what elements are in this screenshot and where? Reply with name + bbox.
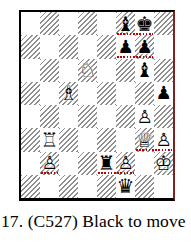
piece-black-pawn-g7: ♟ [136,38,152,56]
diagram-caption: 17. (C527) Black to move [1,211,190,232]
square-f2: ♙ [116,152,135,175]
square-g3: ♕ [135,128,154,151]
square-b3: ♖ [40,128,59,151]
square-b2: ♙ [40,152,59,175]
square-e3 [97,128,116,151]
square-h8 [154,12,173,35]
square-d7 [78,35,97,58]
piece-white-pawn-g4: ♙ [136,108,152,126]
piece-white-queen-g3: ♕ [136,130,154,150]
square-h3: ♙ [154,128,173,151]
square-g2 [135,152,154,175]
square-h4 [154,105,173,128]
piece-black-bishop-f8: ♝ [117,14,135,34]
piece-black-king-g8: ♚ [136,14,154,34]
square-d1 [78,175,97,198]
square-e4 [97,105,116,128]
piece-white-pawn-f2: ♙ [117,154,133,172]
square-f8: ♝ [116,12,135,35]
square-g8: ♚ [135,12,154,35]
square-d6: ♘ [78,59,97,82]
square-a1 [21,175,40,198]
spellcheck-underline [117,33,153,35]
square-e7 [97,35,116,58]
square-d4 [78,105,97,128]
square-f6 [116,59,135,82]
piece-black-pawn-f7: ♟ [117,38,133,56]
square-h2: ♔ [154,152,173,175]
chess-board: ♝♚♟♟♘♝♗♟♙♖♕♙♙♜♙♔♛ [19,10,175,201]
spellcheck-underline [117,56,153,58]
square-e2: ♜ [97,152,116,175]
square-e8 [97,12,116,35]
square-b7 [40,35,59,58]
square-d8 [78,12,97,35]
square-f5 [116,82,135,105]
piece-black-queen-f1: ♛ [117,176,135,196]
square-g6: ♝ [135,59,154,82]
piece-white-knight-d6: ♘ [79,60,97,80]
square-c3 [59,128,78,151]
square-g5 [135,82,154,105]
piece-black-bishop-g6: ♝ [136,60,154,80]
square-b5 [40,82,59,105]
square-e6 [97,59,116,82]
spellcheck-underline [136,149,172,151]
square-g4: ♙ [135,105,154,128]
square-h5: ♟ [154,82,173,105]
piece-white-bishop-c5: ♗ [60,83,78,103]
square-b4 [40,105,59,128]
square-b1 [40,175,59,198]
square-c5: ♗ [59,82,78,105]
square-c2 [59,152,78,175]
square-a2 [21,152,40,175]
square-g1 [135,175,154,198]
square-a4 [21,105,40,128]
spellcheck-underline [98,172,134,174]
square-a3 [21,128,40,151]
square-c8 [59,12,78,35]
square-c6 [59,59,78,82]
square-d2 [78,152,97,175]
square-f3 [116,128,135,151]
piece-white-pawn-h3: ♙ [155,131,171,149]
spellcheck-underline [41,172,58,174]
square-h7 [154,35,173,58]
piece-black-pawn-h5: ♟ [155,84,171,102]
square-b6 [40,59,59,82]
square-b8 [40,12,59,35]
square-e1 [97,175,116,198]
square-h1 [154,175,173,198]
piece-white-rook-b3: ♖ [41,130,59,150]
square-e5 [97,82,116,105]
square-f1: ♛ [116,175,135,198]
square-f4 [116,105,135,128]
square-h6 [154,59,173,82]
square-c7 [59,35,78,58]
square-d3 [78,128,97,151]
piece-white-pawn-b2: ♙ [41,154,57,172]
chess-diagram: ♝♚♟♟♘♝♗♟♙♖♕♙♙♜♙♔♛ 17. (C527) Black to mo… [0,0,191,244]
piece-black-rook-e2: ♜ [98,153,116,173]
square-g7: ♟ [135,35,154,58]
square-f7: ♟ [116,35,135,58]
square-a8 [21,12,40,35]
piece-white-king-h2: ♔ [155,153,173,173]
square-d5 [78,82,97,105]
square-c4 [59,105,78,128]
square-a5 [21,82,40,105]
square-a6 [21,59,40,82]
square-a7 [21,35,40,58]
square-c1 [59,175,78,198]
